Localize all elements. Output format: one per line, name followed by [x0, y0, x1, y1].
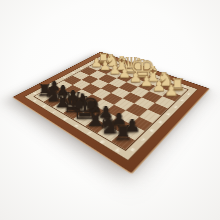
- chess-board: abcdefgh abcdefgh 12345678 12345678 ♜♞♝♛…: [12, 52, 210, 175]
- perspective-scene: abcdefgh abcdefgh 12345678 12345678 ♜♞♝♛…: [38, 20, 184, 166]
- product-photo: abcdefgh abcdefgh 12345678 12345678 ♜♞♝♛…: [0, 0, 220, 220]
- piece-glyph: ♟: [155, 86, 188, 96]
- board-squares: ♜♞♝♛♚♝♞♜♟♟♟♟♟♟♟♟♟♟♟♟♟♟♟♟♜♞♝♛♚♝♞♜: [33, 59, 188, 151]
- board-tilt-wrapper: abcdefgh abcdefgh 12345678 12345678 ♜♞♝♛…: [0, 0, 220, 220]
- piece-glyph: ♜: [102, 125, 143, 140]
